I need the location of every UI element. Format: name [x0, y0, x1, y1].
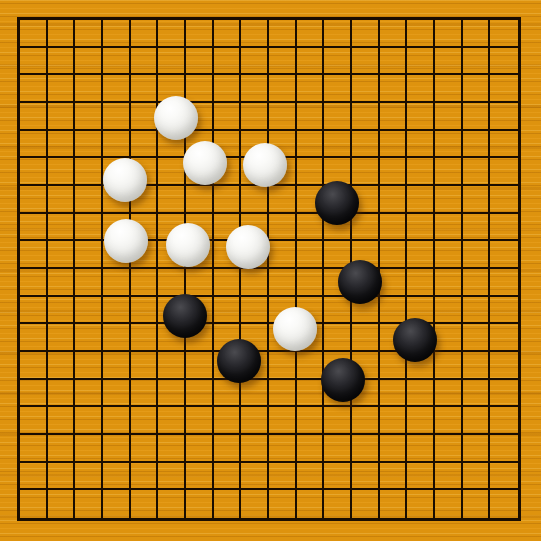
board-cell[interactable] [490, 48, 518, 76]
board-cell[interactable] [380, 241, 408, 269]
board-cell[interactable] [324, 324, 352, 352]
board-cell[interactable] [407, 158, 435, 186]
board-cell[interactable] [241, 297, 269, 325]
board-cell[interactable] [186, 297, 214, 325]
board-cell[interactable] [20, 380, 48, 408]
board-cell[interactable] [20, 435, 48, 463]
board-cell[interactable] [297, 158, 325, 186]
board-cell[interactable] [48, 490, 76, 518]
board-cell[interactable] [297, 214, 325, 242]
board-cell[interactable] [297, 75, 325, 103]
board-cell[interactable] [380, 214, 408, 242]
board-cell[interactable] [131, 158, 159, 186]
board-cell[interactable] [297, 241, 325, 269]
board-cell[interactable] [214, 269, 242, 297]
board-cell[interactable] [158, 186, 186, 214]
board-cell[interactable] [324, 380, 352, 408]
board-cell[interactable] [158, 324, 186, 352]
board-cell[interactable] [158, 158, 186, 186]
board-cell[interactable] [48, 407, 76, 435]
board-cell[interactable] [131, 75, 159, 103]
board-cell[interactable] [463, 214, 491, 242]
board-cell[interactable] [214, 490, 242, 518]
board-cell[interactable] [241, 269, 269, 297]
board-cell[interactable] [297, 380, 325, 408]
board-cell[interactable] [241, 186, 269, 214]
board-cell[interactable] [131, 380, 159, 408]
board-cell[interactable] [269, 269, 297, 297]
board-cell[interactable] [214, 324, 242, 352]
board-cell[interactable] [490, 158, 518, 186]
board-cell[interactable] [407, 380, 435, 408]
board-cell[interactable] [380, 131, 408, 159]
board-cell[interactable] [103, 435, 131, 463]
board-cell[interactable] [241, 20, 269, 48]
board-cell[interactable] [324, 297, 352, 325]
board-cell[interactable] [186, 380, 214, 408]
board-cell[interactable] [131, 269, 159, 297]
board-cell[interactable] [463, 131, 491, 159]
board-cell[interactable] [75, 435, 103, 463]
board-cell[interactable] [269, 380, 297, 408]
board-cell[interactable] [131, 20, 159, 48]
board-cell[interactable] [75, 103, 103, 131]
board-cell[interactable] [214, 407, 242, 435]
board-cell[interactable] [103, 297, 131, 325]
board-cell[interactable] [75, 75, 103, 103]
board-cell[interactable] [241, 407, 269, 435]
board-cell[interactable] [435, 48, 463, 76]
board-cell[interactable] [269, 324, 297, 352]
board-cell[interactable] [407, 297, 435, 325]
board-cell[interactable] [158, 214, 186, 242]
board-cell[interactable] [103, 75, 131, 103]
board-cell[interactable] [352, 158, 380, 186]
board-cell[interactable] [48, 352, 76, 380]
board-cell[interactable] [158, 131, 186, 159]
board-cell[interactable] [75, 490, 103, 518]
board-cell[interactable] [20, 75, 48, 103]
board-cell[interactable] [352, 131, 380, 159]
board-cell[interactable] [352, 407, 380, 435]
board-cell[interactable] [186, 158, 214, 186]
board-cell[interactable] [435, 324, 463, 352]
board-cell[interactable] [241, 352, 269, 380]
board-cell[interactable] [380, 297, 408, 325]
board-cell[interactable] [75, 186, 103, 214]
board-cell[interactable] [158, 380, 186, 408]
board-cell[interactable] [20, 407, 48, 435]
board-cell[interactable] [48, 297, 76, 325]
board-cell[interactable] [435, 75, 463, 103]
board-cell[interactable] [435, 435, 463, 463]
board-cell[interactable] [158, 241, 186, 269]
board-cell[interactable] [435, 131, 463, 159]
board-cell[interactable] [48, 158, 76, 186]
board-cell[interactable] [269, 297, 297, 325]
board-cell[interactable] [407, 214, 435, 242]
board-cell[interactable] [48, 380, 76, 408]
board-cell[interactable] [324, 103, 352, 131]
board-cell[interactable] [490, 490, 518, 518]
board-cell[interactable] [214, 75, 242, 103]
board-cell[interactable] [75, 407, 103, 435]
board-cell[interactable] [324, 214, 352, 242]
board-cell[interactable] [103, 131, 131, 159]
board-cell[interactable] [241, 435, 269, 463]
board-cell[interactable] [297, 297, 325, 325]
board-cell[interactable] [103, 103, 131, 131]
board-cell[interactable] [131, 131, 159, 159]
board-cell[interactable] [158, 20, 186, 48]
board-cell[interactable] [158, 103, 186, 131]
board-cell[interactable] [352, 297, 380, 325]
board-cell[interactable] [490, 20, 518, 48]
board-cell[interactable] [380, 20, 408, 48]
board-cell[interactable] [241, 75, 269, 103]
board-cell[interactable] [435, 269, 463, 297]
board-cell[interactable] [463, 241, 491, 269]
board-cell[interactable] [463, 269, 491, 297]
board-cell[interactable] [490, 186, 518, 214]
board-cell[interactable] [131, 186, 159, 214]
board-cell[interactable] [490, 131, 518, 159]
board-cell[interactable] [297, 48, 325, 76]
board-cell[interactable] [380, 435, 408, 463]
board-cell[interactable] [463, 186, 491, 214]
board-cell[interactable] [324, 435, 352, 463]
board-cell[interactable] [435, 407, 463, 435]
board-cell[interactable] [407, 435, 435, 463]
board-cell[interactable] [269, 352, 297, 380]
board-cell[interactable] [214, 20, 242, 48]
board-cell[interactable] [20, 103, 48, 131]
board-cell[interactable] [48, 103, 76, 131]
board-cell[interactable] [75, 324, 103, 352]
board-cell[interactable] [324, 186, 352, 214]
board-cell[interactable] [463, 490, 491, 518]
board-cell[interactable] [407, 490, 435, 518]
board-cell[interactable] [214, 103, 242, 131]
board-cell[interactable] [269, 241, 297, 269]
board-cell[interactable] [435, 490, 463, 518]
board-cell[interactable] [131, 241, 159, 269]
board-cell[interactable] [214, 297, 242, 325]
board-cell[interactable] [103, 490, 131, 518]
board-cell[interactable] [103, 463, 131, 491]
board-cell[interactable] [214, 131, 242, 159]
board-cell[interactable] [103, 380, 131, 408]
board-cell[interactable] [75, 463, 103, 491]
board-cell[interactable] [435, 380, 463, 408]
board-cell[interactable] [380, 352, 408, 380]
board-cell[interactable] [48, 324, 76, 352]
board-cell[interactable] [48, 20, 76, 48]
board-cell[interactable] [103, 269, 131, 297]
board-cell[interactable] [490, 269, 518, 297]
board-cell[interactable] [20, 297, 48, 325]
board-cell[interactable] [407, 75, 435, 103]
board-cell[interactable] [490, 297, 518, 325]
board-cell[interactable] [75, 241, 103, 269]
board-cell[interactable] [186, 352, 214, 380]
board-cell[interactable] [435, 241, 463, 269]
board-cell[interactable] [103, 324, 131, 352]
board-cell[interactable] [380, 103, 408, 131]
board-cell[interactable] [186, 131, 214, 159]
board-cell[interactable] [131, 324, 159, 352]
board-cell[interactable] [324, 48, 352, 76]
board-cell[interactable] [297, 20, 325, 48]
board-cell[interactable] [131, 352, 159, 380]
board-cell[interactable] [48, 214, 76, 242]
board-cell[interactable] [352, 435, 380, 463]
board-cell[interactable] [75, 48, 103, 76]
board-cell[interactable] [352, 214, 380, 242]
board-cell[interactable] [241, 380, 269, 408]
board-cell[interactable] [48, 269, 76, 297]
board-cell[interactable] [158, 490, 186, 518]
board-cell[interactable] [214, 186, 242, 214]
board-cell[interactable] [407, 269, 435, 297]
board-cell[interactable] [158, 297, 186, 325]
board-cell[interactable] [158, 269, 186, 297]
board-cell[interactable] [186, 20, 214, 48]
board-cell[interactable] [131, 103, 159, 131]
board-cell[interactable] [214, 352, 242, 380]
board-cell[interactable] [20, 158, 48, 186]
board-cell[interactable] [297, 407, 325, 435]
board-cell[interactable] [297, 352, 325, 380]
board-cell[interactable] [241, 103, 269, 131]
board-cell[interactable] [380, 463, 408, 491]
board-cell[interactable] [435, 186, 463, 214]
board-cell[interactable] [435, 352, 463, 380]
board-cell[interactable] [407, 463, 435, 491]
board-cell[interactable] [269, 490, 297, 518]
board-cell[interactable] [490, 103, 518, 131]
board-cell[interactable] [269, 214, 297, 242]
board-cell[interactable] [324, 158, 352, 186]
board-cell[interactable] [48, 186, 76, 214]
board-cell[interactable] [48, 131, 76, 159]
board-cell[interactable] [186, 435, 214, 463]
board-cell[interactable] [407, 103, 435, 131]
board-cell[interactable] [463, 324, 491, 352]
board-cell[interactable] [241, 48, 269, 76]
board-cell[interactable] [20, 324, 48, 352]
board-cell[interactable] [407, 407, 435, 435]
board-cell[interactable] [103, 407, 131, 435]
board-cell[interactable] [463, 20, 491, 48]
board-cell[interactable] [48, 48, 76, 76]
board-cell[interactable] [75, 352, 103, 380]
board-cell[interactable] [186, 214, 214, 242]
board-cell[interactable] [158, 48, 186, 76]
board-cell[interactable] [214, 435, 242, 463]
board-cell[interactable] [186, 103, 214, 131]
board-cell[interactable] [269, 463, 297, 491]
board-cell[interactable] [131, 407, 159, 435]
board-cell[interactable] [103, 48, 131, 76]
board-cell[interactable] [324, 241, 352, 269]
board-cell[interactable] [103, 214, 131, 242]
board-cell[interactable] [186, 490, 214, 518]
board-cell[interactable] [407, 131, 435, 159]
board-cell[interactable] [463, 380, 491, 408]
board-cell[interactable] [324, 490, 352, 518]
board-cell[interactable] [75, 380, 103, 408]
board-cell[interactable] [463, 297, 491, 325]
board-cell[interactable] [352, 103, 380, 131]
board-cell[interactable] [75, 214, 103, 242]
board-cell[interactable] [75, 20, 103, 48]
board-cell[interactable] [186, 241, 214, 269]
board-cell[interactable] [435, 214, 463, 242]
board-cell[interactable] [269, 435, 297, 463]
board-cell[interactable] [214, 48, 242, 76]
board-cell[interactable] [380, 158, 408, 186]
board-cell[interactable] [380, 407, 408, 435]
board-cell[interactable] [20, 214, 48, 242]
board-cell[interactable] [463, 463, 491, 491]
board-cell[interactable] [407, 186, 435, 214]
board-cell[interactable] [324, 407, 352, 435]
board-cell[interactable] [20, 186, 48, 214]
board-cell[interactable] [380, 48, 408, 76]
board-cell[interactable] [241, 214, 269, 242]
board-cell[interactable] [20, 48, 48, 76]
board-cell[interactable] [352, 75, 380, 103]
board-cell[interactable] [463, 435, 491, 463]
board-cell[interactable] [490, 380, 518, 408]
board-cell[interactable] [435, 463, 463, 491]
board-cell[interactable] [297, 269, 325, 297]
board-cell[interactable] [324, 20, 352, 48]
board-cell[interactable] [297, 324, 325, 352]
board-cell[interactable] [463, 158, 491, 186]
board-cell[interactable] [463, 352, 491, 380]
board-cell[interactable] [407, 324, 435, 352]
board-cell[interactable] [490, 214, 518, 242]
board-cell[interactable] [186, 463, 214, 491]
board-cell[interactable] [407, 20, 435, 48]
board-cell[interactable] [463, 48, 491, 76]
board-cell[interactable] [435, 158, 463, 186]
board-cell[interactable] [380, 324, 408, 352]
board-cell[interactable] [269, 103, 297, 131]
board-cell[interactable] [352, 324, 380, 352]
board-cell[interactable] [490, 324, 518, 352]
board-cell[interactable] [324, 75, 352, 103]
board-cell[interactable] [20, 352, 48, 380]
board-cell[interactable] [48, 241, 76, 269]
board-cell[interactable] [463, 103, 491, 131]
board-cell[interactable] [241, 490, 269, 518]
board-cell[interactable] [297, 490, 325, 518]
board-cell[interactable] [186, 324, 214, 352]
board-cell[interactable] [490, 463, 518, 491]
board-cell[interactable] [380, 269, 408, 297]
board-cell[interactable] [407, 241, 435, 269]
board-cell[interactable] [20, 269, 48, 297]
board-cell[interactable] [352, 352, 380, 380]
board-cell[interactable] [352, 186, 380, 214]
board-cell[interactable] [380, 186, 408, 214]
board-cell[interactable] [352, 20, 380, 48]
board-cell[interactable] [48, 435, 76, 463]
board-cell[interactable] [75, 269, 103, 297]
board-cell[interactable] [131, 48, 159, 76]
board-cell[interactable] [269, 131, 297, 159]
board-cell[interactable] [158, 352, 186, 380]
board-cell[interactable] [324, 269, 352, 297]
board-cell[interactable] [407, 48, 435, 76]
board-cell[interactable] [269, 75, 297, 103]
board-cell[interactable] [131, 297, 159, 325]
board-cell[interactable] [297, 103, 325, 131]
board-cell[interactable] [75, 297, 103, 325]
board-cell[interactable] [186, 75, 214, 103]
board-cell[interactable] [186, 407, 214, 435]
board-cell[interactable] [186, 186, 214, 214]
board-cell[interactable] [75, 131, 103, 159]
board-cell[interactable] [269, 158, 297, 186]
board-cell[interactable] [352, 241, 380, 269]
board-cell[interactable] [158, 407, 186, 435]
board-cell[interactable] [158, 75, 186, 103]
board-cell[interactable] [297, 463, 325, 491]
board-cell[interactable] [352, 269, 380, 297]
board-cell[interactable] [490, 352, 518, 380]
board-cell[interactable] [131, 214, 159, 242]
board-cell[interactable] [131, 463, 159, 491]
board-cell[interactable] [435, 20, 463, 48]
board-cell[interactable] [324, 131, 352, 159]
board-cell[interactable] [490, 241, 518, 269]
board-cell[interactable] [131, 435, 159, 463]
board-cell[interactable] [214, 380, 242, 408]
board-cell[interactable] [352, 490, 380, 518]
board-cell[interactable] [324, 352, 352, 380]
board-cell[interactable] [380, 75, 408, 103]
board-cell[interactable] [214, 463, 242, 491]
board-cell[interactable] [297, 131, 325, 159]
board-cell[interactable] [324, 463, 352, 491]
board-grid[interactable] [17, 17, 521, 521]
board-cell[interactable] [241, 131, 269, 159]
board-cell[interactable] [48, 75, 76, 103]
board-cell[interactable] [214, 158, 242, 186]
board-cell[interactable] [269, 407, 297, 435]
board-cell[interactable] [269, 20, 297, 48]
board-cell[interactable] [20, 131, 48, 159]
board-cell[interactable] [407, 352, 435, 380]
board-cell[interactable] [75, 158, 103, 186]
board-cell[interactable] [241, 241, 269, 269]
board-cell[interactable] [269, 186, 297, 214]
board-cell[interactable] [131, 490, 159, 518]
board-cell[interactable] [20, 20, 48, 48]
board-cell[interactable] [297, 186, 325, 214]
board-cell[interactable] [380, 490, 408, 518]
board-cell[interactable] [103, 20, 131, 48]
board-cell[interactable] [490, 435, 518, 463]
board-cell[interactable] [269, 48, 297, 76]
board-cell[interactable] [186, 48, 214, 76]
board-cell[interactable] [463, 407, 491, 435]
board-cell[interactable] [490, 75, 518, 103]
